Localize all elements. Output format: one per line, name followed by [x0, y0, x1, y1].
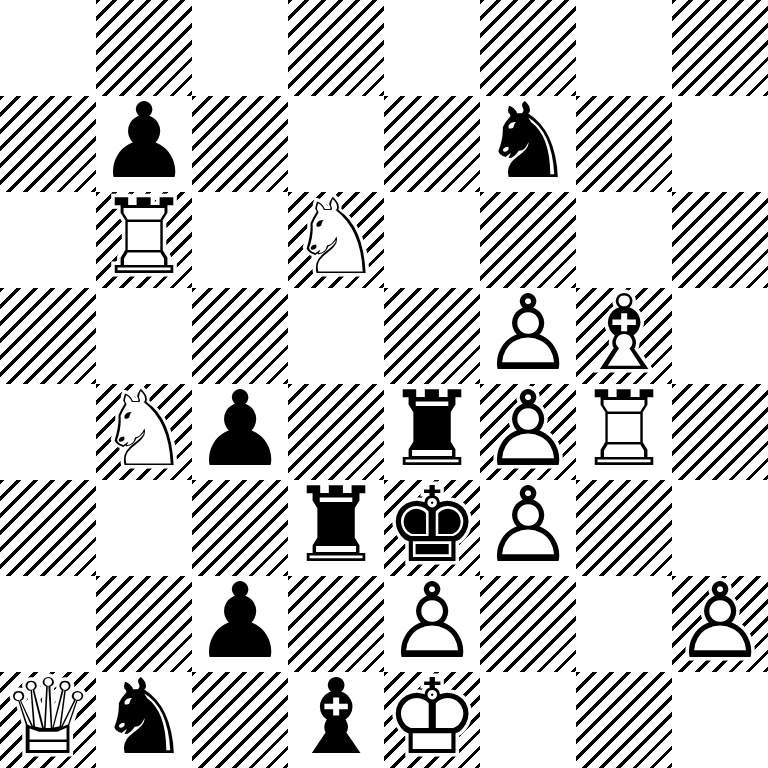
piece-white-knight-b4: ♘ — [96, 381, 192, 477]
square-f7[interactable]: ♞♞ — [480, 96, 576, 192]
square-h1[interactable] — [672, 672, 768, 768]
piece-halo: ♞ — [480, 93, 576, 189]
square-d3[interactable]: ♜♜ — [288, 480, 384, 576]
square-b5[interactable] — [96, 288, 192, 384]
square-e3[interactable]: ♚♚ — [384, 480, 480, 576]
piece-halo: ♟ — [192, 381, 288, 477]
square-f4[interactable]: ♟♙ — [480, 384, 576, 480]
square-a6[interactable] — [0, 192, 96, 288]
piece-white-pawn-e2: ♙ — [384, 573, 480, 669]
piece-black-rook-e4: ♜ — [384, 381, 480, 477]
square-f2[interactable] — [480, 576, 576, 672]
square-a3[interactable] — [0, 480, 96, 576]
square-g8[interactable] — [576, 0, 672, 96]
piece-white-rook-g4: ♖ — [576, 381, 672, 477]
piece-halo: ♚ — [384, 669, 480, 765]
square-f6[interactable] — [480, 192, 576, 288]
square-d7[interactable] — [288, 96, 384, 192]
piece-halo: ♞ — [96, 669, 192, 765]
piece-black-pawn-c4: ♟ — [192, 381, 288, 477]
piece-halo: ♝ — [576, 285, 672, 381]
piece-white-pawn-f5: ♙ — [480, 285, 576, 381]
square-d6[interactable]: ♞♘ — [288, 192, 384, 288]
square-g6[interactable] — [576, 192, 672, 288]
piece-black-pawn-c2: ♟ — [192, 573, 288, 669]
square-f1[interactable] — [480, 672, 576, 768]
piece-halo: ♟ — [96, 93, 192, 189]
piece-white-pawn-h2: ♙ — [672, 573, 768, 669]
square-h5[interactable] — [672, 288, 768, 384]
piece-halo: ♟ — [480, 285, 576, 381]
piece-halo: ♟ — [480, 381, 576, 477]
square-f3[interactable]: ♟♙ — [480, 480, 576, 576]
square-c3[interactable] — [192, 480, 288, 576]
square-h4[interactable] — [672, 384, 768, 480]
piece-halo: ♟ — [672, 573, 768, 669]
square-a2[interactable] — [0, 576, 96, 672]
piece-black-bishop-d1: ♝ — [288, 669, 384, 765]
piece-white-bishop-g5: ♗ — [576, 285, 672, 381]
square-e5[interactable] — [384, 288, 480, 384]
square-g3[interactable] — [576, 480, 672, 576]
square-d1[interactable]: ♝♝ — [288, 672, 384, 768]
piece-halo: ♜ — [576, 381, 672, 477]
piece-black-pawn-b7: ♟ — [96, 93, 192, 189]
square-f5[interactable]: ♟♙ — [480, 288, 576, 384]
piece-black-rook-d3: ♜ — [288, 477, 384, 573]
piece-halo: ♜ — [384, 381, 480, 477]
square-c4[interactable]: ♟♟ — [192, 384, 288, 480]
square-b6[interactable]: ♜♖ — [96, 192, 192, 288]
square-d8[interactable] — [288, 0, 384, 96]
square-g7[interactable] — [576, 96, 672, 192]
square-d5[interactable] — [288, 288, 384, 384]
piece-halo: ♟ — [384, 573, 480, 669]
piece-halo: ♜ — [96, 189, 192, 285]
piece-halo: ♝ — [288, 669, 384, 765]
square-a7[interactable] — [0, 96, 96, 192]
square-c6[interactable] — [192, 192, 288, 288]
piece-halo: ♜ — [288, 477, 384, 573]
square-e4[interactable]: ♜♜ — [384, 384, 480, 480]
square-h7[interactable] — [672, 96, 768, 192]
piece-white-pawn-f3: ♙ — [480, 477, 576, 573]
square-c2[interactable]: ♟♟ — [192, 576, 288, 672]
square-g2[interactable] — [576, 576, 672, 672]
square-e8[interactable] — [384, 0, 480, 96]
chess-board: ♟♟♞♞♜♖♞♘♟♙♝♗♞♘♟♟♜♜♟♙♜♖♜♜♚♚♟♙♟♟♟♙♟♙♛♕♞♞♝♝… — [0, 0, 768, 768]
piece-halo: ♚ — [384, 477, 480, 573]
piece-black-king-e3: ♚ — [384, 477, 480, 573]
square-h3[interactable] — [672, 480, 768, 576]
piece-halo: ♛ — [0, 669, 96, 765]
square-h6[interactable] — [672, 192, 768, 288]
square-b3[interactable] — [96, 480, 192, 576]
square-a5[interactable] — [0, 288, 96, 384]
square-b4[interactable]: ♞♘ — [96, 384, 192, 480]
square-c7[interactable] — [192, 96, 288, 192]
piece-black-knight-f7: ♞ — [480, 93, 576, 189]
piece-black-knight-b1: ♞ — [96, 669, 192, 765]
square-a8[interactable] — [0, 0, 96, 96]
piece-halo: ♟ — [192, 573, 288, 669]
square-g1[interactable] — [576, 672, 672, 768]
square-b1[interactable]: ♞♞ — [96, 672, 192, 768]
piece-white-king-e1: ♔ — [384, 669, 480, 765]
square-c5[interactable] — [192, 288, 288, 384]
square-e6[interactable] — [384, 192, 480, 288]
piece-halo: ♟ — [480, 477, 576, 573]
square-a1[interactable]: ♛♕ — [0, 672, 96, 768]
square-c8[interactable] — [192, 0, 288, 96]
piece-halo: ♞ — [288, 189, 384, 285]
square-e7[interactable] — [384, 96, 480, 192]
square-b2[interactable] — [96, 576, 192, 672]
square-e2[interactable]: ♟♙ — [384, 576, 480, 672]
piece-white-pawn-f4: ♙ — [480, 381, 576, 477]
square-h8[interactable] — [672, 0, 768, 96]
piece-white-rook-b6: ♖ — [96, 189, 192, 285]
piece-halo: ♞ — [96, 381, 192, 477]
piece-white-knight-d6: ♘ — [288, 189, 384, 285]
square-b7[interactable]: ♟♟ — [96, 96, 192, 192]
square-d4[interactable] — [288, 384, 384, 480]
square-a4[interactable] — [0, 384, 96, 480]
square-d2[interactable] — [288, 576, 384, 672]
square-g4[interactable]: ♜♖ — [576, 384, 672, 480]
square-h2[interactable]: ♟♙ — [672, 576, 768, 672]
square-f8[interactable] — [480, 0, 576, 96]
piece-white-queen-a1: ♕ — [0, 669, 96, 765]
square-e1[interactable]: ♚♔ — [384, 672, 480, 768]
square-g5[interactable]: ♝♗ — [576, 288, 672, 384]
square-c1[interactable] — [192, 672, 288, 768]
square-b8[interactable] — [96, 0, 192, 96]
